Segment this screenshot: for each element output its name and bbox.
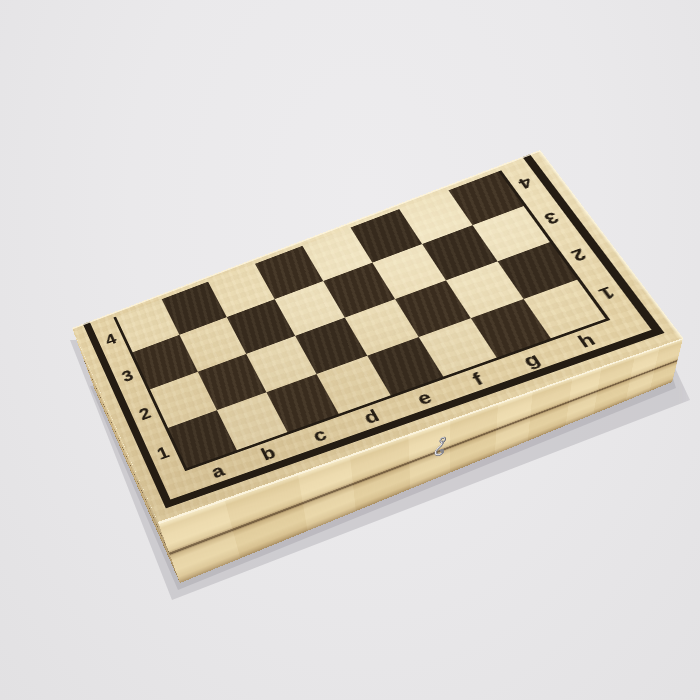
rank-label-right-text: 4 — [515, 173, 537, 192]
rank-label-right-text: 3 — [541, 208, 564, 228]
rank-label-right-text: 1 — [595, 283, 619, 304]
latch-hook-icon — [431, 433, 449, 463]
rank-label-right-text: 2 — [568, 245, 591, 266]
latch-hook — [431, 433, 449, 463]
product-photo: 43214321abcdefgh — [0, 0, 700, 700]
